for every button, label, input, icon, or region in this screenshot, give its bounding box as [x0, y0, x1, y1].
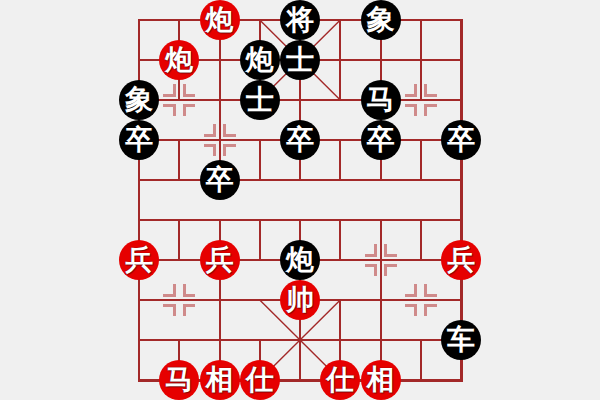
piece-black-elephant[interactable]: 象: [361, 0, 401, 40]
piece-red-elephant[interactable]: 相: [200, 360, 240, 400]
piece-black-cannon[interactable]: 炮: [240, 40, 280, 80]
piece-black-general[interactable]: 将: [280, 0, 320, 40]
piece-red-advisor[interactable]: 仕: [240, 360, 280, 400]
piece-layer: 炮将象炮炮士象士马卒卒卒卒卒兵兵炮兵帅车马相仕仕相: [119, 0, 481, 400]
piece-black-horse[interactable]: 马: [361, 80, 401, 120]
piece-red-cannon[interactable]: 炮: [159, 40, 199, 80]
piece-red-soldier[interactable]: 兵: [441, 240, 481, 280]
piece-red-general[interactable]: 帅: [280, 280, 320, 320]
piece-red-cannon[interactable]: 炮: [200, 0, 240, 40]
piece-black-advisor[interactable]: 士: [240, 80, 280, 120]
piece-red-soldier[interactable]: 兵: [119, 240, 159, 280]
piece-red-advisor[interactable]: 仕: [320, 360, 360, 400]
piece-black-soldier[interactable]: 卒: [280, 120, 320, 160]
piece-black-soldier[interactable]: 卒: [361, 120, 401, 160]
piece-red-soldier[interactable]: 兵: [200, 240, 240, 280]
xiangqi-board[interactable]: 炮将象炮炮士象士马卒卒卒卒卒兵兵炮兵帅车马相仕仕相: [0, 0, 600, 400]
piece-red-elephant[interactable]: 相: [361, 360, 401, 400]
piece-red-horse[interactable]: 马: [159, 360, 199, 400]
piece-black-soldier[interactable]: 卒: [200, 160, 240, 200]
piece-black-soldier[interactable]: 卒: [119, 120, 159, 160]
piece-black-elephant[interactable]: 象: [119, 80, 159, 120]
piece-black-cannon[interactable]: 炮: [280, 240, 320, 280]
piece-black-advisor[interactable]: 士: [280, 40, 320, 80]
piece-black-soldier[interactable]: 卒: [441, 120, 481, 160]
piece-black-chariot[interactable]: 车: [441, 320, 481, 360]
